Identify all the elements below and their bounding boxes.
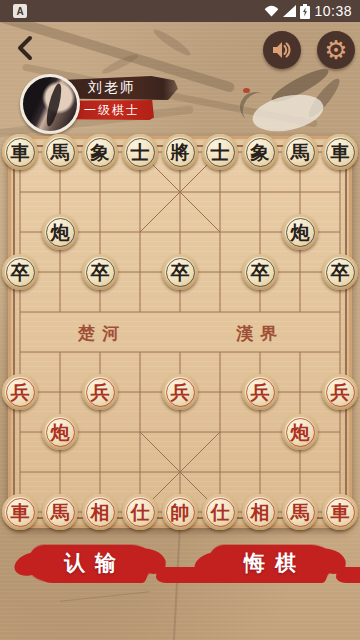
piece-glyph: 卒 bbox=[331, 263, 350, 282]
river-label-right: 漢界 bbox=[236, 322, 284, 345]
piece-black-chariot[interactable]: 車 bbox=[2, 134, 38, 170]
piece-black-cannon[interactable]: 炮 bbox=[282, 214, 318, 250]
piece-glyph: 車 bbox=[11, 143, 30, 162]
piece-ring: 馬 bbox=[46, 498, 75, 527]
piece-black-horse[interactable]: 馬 bbox=[282, 134, 318, 170]
piece-ring: 卒 bbox=[86, 258, 115, 287]
piece-glyph: 馬 bbox=[51, 503, 70, 522]
piece-ring: 馬 bbox=[286, 138, 315, 167]
piece-black-soldier[interactable]: 卒 bbox=[2, 254, 38, 290]
gear-icon: ⚙ bbox=[324, 37, 347, 63]
piece-red-horse[interactable]: 馬 bbox=[282, 494, 318, 530]
piece-glyph: 士 bbox=[211, 143, 230, 162]
piece-glyph: 炮 bbox=[51, 423, 70, 442]
piece-glyph: 炮 bbox=[291, 423, 310, 442]
piece-ring: 馬 bbox=[286, 498, 315, 527]
piece-black-cannon[interactable]: 炮 bbox=[42, 214, 78, 250]
piece-red-soldier[interactable]: 兵 bbox=[242, 374, 278, 410]
piece-black-soldier[interactable]: 卒 bbox=[162, 254, 198, 290]
piece-glyph: 象 bbox=[91, 143, 110, 162]
piece-glyph: 炮 bbox=[291, 223, 310, 242]
player-avatar[interactable] bbox=[20, 74, 80, 134]
piece-ring: 仕 bbox=[126, 498, 155, 527]
piece-ring: 象 bbox=[246, 138, 275, 167]
piece-ring: 相 bbox=[246, 498, 275, 527]
piece-glyph: 士 bbox=[131, 143, 150, 162]
piece-glyph: 馬 bbox=[51, 143, 70, 162]
piece-glyph: 兵 bbox=[251, 383, 270, 402]
piece-ring: 車 bbox=[326, 138, 355, 167]
piece-red-advisor[interactable]: 仕 bbox=[122, 494, 158, 530]
piece-ring: 將 bbox=[166, 138, 195, 167]
piece-ring: 仕 bbox=[206, 498, 235, 527]
piece-red-soldier[interactable]: 兵 bbox=[322, 374, 358, 410]
piece-black-elephant[interactable]: 象 bbox=[242, 134, 278, 170]
piece-glyph: 仕 bbox=[131, 503, 150, 522]
piece-glyph: 卒 bbox=[91, 263, 110, 282]
screen: A 10:38 ⚙ bbox=[0, 0, 360, 640]
piece-red-advisor[interactable]: 仕 bbox=[202, 494, 238, 530]
undo-label: 悔棋 bbox=[234, 549, 306, 577]
piece-red-cannon[interactable]: 炮 bbox=[42, 414, 78, 450]
piece-glyph: 象 bbox=[251, 143, 270, 162]
piece-ring: 帥 bbox=[166, 498, 195, 527]
back-chevron-icon bbox=[20, 38, 30, 58]
piece-ring: 炮 bbox=[46, 218, 75, 247]
clock-text: 10:38 bbox=[314, 3, 352, 19]
piece-ring: 兵 bbox=[6, 378, 35, 407]
back-button[interactable] bbox=[12, 34, 40, 62]
piece-glyph: 兵 bbox=[91, 383, 110, 402]
crane-art bbox=[243, 88, 250, 93]
piece-glyph: 卒 bbox=[11, 263, 30, 282]
wifi-icon bbox=[264, 5, 279, 17]
piece-ring: 卒 bbox=[246, 258, 275, 287]
speaker-icon bbox=[271, 40, 293, 60]
piece-ring: 象 bbox=[86, 138, 115, 167]
piece-red-chariot[interactable]: 車 bbox=[322, 494, 358, 530]
piece-ring: 卒 bbox=[166, 258, 195, 287]
piece-glyph: 相 bbox=[251, 503, 270, 522]
piece-red-soldier[interactable]: 兵 bbox=[162, 374, 198, 410]
piece-ring: 卒 bbox=[326, 258, 355, 287]
ime-indicator-icon: A bbox=[13, 4, 27, 18]
piece-ring: 兵 bbox=[326, 378, 355, 407]
piece-black-elephant[interactable]: 象 bbox=[82, 134, 118, 170]
piece-red-elephant[interactable]: 相 bbox=[82, 494, 118, 530]
piece-glyph: 炮 bbox=[51, 223, 70, 242]
piece-ring: 車 bbox=[6, 498, 35, 527]
piece-black-soldier[interactable]: 卒 bbox=[242, 254, 278, 290]
piece-red-chariot[interactable]: 車 bbox=[2, 494, 38, 530]
river-label-left: 楚河 bbox=[78, 322, 126, 345]
status-bar: A 10:38 bbox=[0, 0, 360, 22]
piece-glyph: 帥 bbox=[171, 503, 190, 522]
piece-red-soldier[interactable]: 兵 bbox=[82, 374, 118, 410]
piece-ring: 卒 bbox=[6, 258, 35, 287]
board[interactable]: 楚河 漢界 車馬象士將士象馬車炮炮卒卒卒卒卒兵兵兵兵兵炮炮車馬相仕帥仕相馬車 bbox=[8, 136, 352, 528]
piece-ring: 士 bbox=[206, 138, 235, 167]
piece-black-horse[interactable]: 馬 bbox=[42, 134, 78, 170]
bamboo-leaf bbox=[151, 26, 193, 58]
piece-red-elephant[interactable]: 相 bbox=[242, 494, 278, 530]
piece-black-general[interactable]: 將 bbox=[162, 134, 198, 170]
piece-glyph: 仕 bbox=[211, 503, 230, 522]
piece-ring: 兵 bbox=[86, 378, 115, 407]
piece-ring: 炮 bbox=[46, 418, 75, 447]
piece-glyph: 兵 bbox=[11, 383, 30, 402]
piece-glyph: 將 bbox=[171, 143, 190, 162]
paper-wrinkle bbox=[173, 524, 181, 640]
piece-ring: 士 bbox=[126, 138, 155, 167]
piece-ring: 炮 bbox=[286, 418, 315, 447]
signal-icon bbox=[283, 5, 296, 17]
piece-ring: 車 bbox=[6, 138, 35, 167]
paper-wrinkle bbox=[60, 591, 150, 601]
piece-ring: 兵 bbox=[166, 378, 195, 407]
piece-glyph: 車 bbox=[11, 503, 30, 522]
piece-glyph: 馬 bbox=[291, 143, 310, 162]
resign-label: 认输 bbox=[54, 549, 126, 577]
piece-red-cannon[interactable]: 炮 bbox=[282, 414, 318, 450]
piece-glyph: 兵 bbox=[171, 383, 190, 402]
piece-black-soldier[interactable]: 卒 bbox=[82, 254, 118, 290]
piece-ring: 相 bbox=[86, 498, 115, 527]
piece-black-advisor[interactable]: 士 bbox=[202, 134, 238, 170]
piece-glyph: 相 bbox=[91, 503, 110, 522]
piece-red-horse[interactable]: 馬 bbox=[42, 494, 78, 530]
piece-glyph: 兵 bbox=[331, 383, 350, 402]
piece-glyph: 馬 bbox=[291, 503, 310, 522]
battery-charging-icon bbox=[300, 4, 310, 19]
piece-red-soldier[interactable]: 兵 bbox=[2, 374, 38, 410]
resign-button[interactable]: 认输 bbox=[28, 545, 152, 581]
piece-black-chariot[interactable]: 車 bbox=[322, 134, 358, 170]
undo-move-button[interactable]: 悔棋 bbox=[208, 545, 332, 581]
piece-red-general[interactable]: 帥 bbox=[162, 494, 198, 530]
piece-glyph: 車 bbox=[331, 143, 350, 162]
piece-glyph: 車 bbox=[331, 503, 350, 522]
settings-button[interactable]: ⚙ bbox=[317, 31, 355, 69]
piece-ring: 馬 bbox=[46, 138, 75, 167]
piece-black-soldier[interactable]: 卒 bbox=[322, 254, 358, 290]
board-grid bbox=[8, 136, 352, 528]
sound-button[interactable] bbox=[263, 31, 301, 69]
piece-glyph: 卒 bbox=[171, 263, 190, 282]
piece-ring: 車 bbox=[326, 498, 355, 527]
piece-ring: 兵 bbox=[246, 378, 275, 407]
piece-ring: 炮 bbox=[286, 218, 315, 247]
piece-black-advisor[interactable]: 士 bbox=[122, 134, 158, 170]
piece-glyph: 卒 bbox=[251, 263, 270, 282]
